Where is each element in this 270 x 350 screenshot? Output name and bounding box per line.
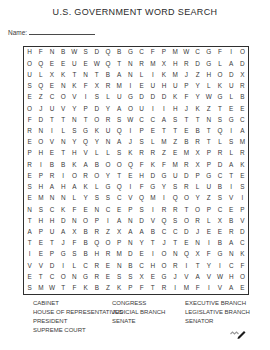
cell-r20c18[interactable]: I	[214, 260, 225, 271]
cell-r20c6[interactable]: C	[80, 260, 91, 271]
cell-r2c19[interactable]: A	[226, 58, 237, 69]
cell-r1c20[interactable]: O	[237, 47, 248, 58]
cell-r20c10[interactable]: B	[125, 260, 136, 271]
cell-r21c3[interactable]: C	[46, 272, 57, 283]
cell-r18c17[interactable]: I	[203, 238, 214, 249]
cell-r9c2[interactable]: O	[35, 137, 46, 148]
cell-r9c15[interactable]: B	[181, 137, 192, 148]
cell-r18c18[interactable]: B	[214, 238, 225, 249]
cell-r7c20[interactable]: C	[237, 114, 248, 125]
cell-r21c10[interactable]: S	[125, 272, 136, 283]
cell-r6c2[interactable]: J	[35, 103, 46, 114]
cell-r8c11[interactable]: P	[136, 126, 147, 137]
cell-r3c3[interactable]: X	[46, 69, 57, 80]
cell-r19c18[interactable]: G	[214, 249, 225, 260]
cell-r20c19[interactable]: C	[226, 260, 237, 271]
cell-r12c18[interactable]: C	[214, 171, 225, 182]
cell-r9c16[interactable]: R	[192, 137, 203, 148]
cell-r6c16[interactable]: K	[192, 103, 203, 114]
cell-r5c11[interactable]: D	[136, 92, 147, 103]
cell-r5c1[interactable]: E	[24, 92, 35, 103]
cell-r1c12[interactable]: F	[147, 47, 158, 58]
cell-r10c12[interactable]: R	[147, 148, 158, 159]
cell-r8c13[interactable]: T	[158, 126, 169, 137]
cell-r19c9[interactable]: M	[114, 249, 125, 260]
cell-r1c18[interactable]: F	[214, 47, 225, 58]
cell-r6c20[interactable]: E	[237, 103, 248, 114]
cell-r18c12[interactable]: T	[147, 238, 158, 249]
cell-r12c12[interactable]: D	[147, 171, 158, 182]
cell-r18c16[interactable]: N	[192, 238, 203, 249]
cell-r15c3[interactable]: C	[46, 204, 57, 215]
cell-r10c5[interactable]: H	[69, 148, 80, 159]
cell-r17c15[interactable]: D	[181, 227, 192, 238]
cell-r20c3[interactable]: D	[46, 260, 57, 271]
cell-r14c10[interactable]: V	[125, 193, 136, 204]
cell-r18c2[interactable]: E	[35, 238, 46, 249]
cell-r10c16[interactable]: X	[192, 148, 203, 159]
cell-r5c5[interactable]: V	[69, 92, 80, 103]
cell-r3c20[interactable]: X	[237, 69, 248, 80]
cell-r12c5[interactable]: O	[69, 171, 80, 182]
cell-r7c6[interactable]: T	[80, 114, 91, 125]
cell-r3c2[interactable]: L	[35, 69, 46, 80]
cell-r16c12[interactable]: V	[147, 215, 158, 226]
cell-r4c14[interactable]: U	[170, 81, 181, 92]
name-blank-line[interactable]	[29, 28, 95, 35]
cell-r15c2[interactable]: S	[35, 204, 46, 215]
cell-r14c4[interactable]: N	[58, 193, 69, 204]
cell-r10c19[interactable]: L	[226, 148, 237, 159]
cell-r5c3[interactable]: C	[46, 92, 57, 103]
cell-r6c10[interactable]: O	[125, 103, 136, 114]
cell-r5c9[interactable]: U	[114, 92, 125, 103]
cell-r8c7[interactable]: K	[91, 126, 102, 137]
cell-r4c19[interactable]: U	[226, 81, 237, 92]
cell-r8c15[interactable]: E	[181, 126, 192, 137]
cell-r7c10[interactable]: W	[125, 114, 136, 125]
cell-r7c1[interactable]: F	[24, 114, 35, 125]
cell-r11c14[interactable]: M	[170, 159, 181, 170]
cell-r6c19[interactable]: E	[226, 103, 237, 114]
cell-r9c17[interactable]: T	[203, 137, 214, 148]
cell-r10c14[interactable]: E	[170, 148, 181, 159]
cell-r12c11[interactable]: H	[136, 171, 147, 182]
cell-r9c5[interactable]: Y	[69, 137, 80, 148]
cell-r2c16[interactable]: D	[192, 58, 203, 69]
cell-r18c5[interactable]: F	[69, 238, 80, 249]
cell-r6c15[interactable]: J	[181, 103, 192, 114]
cell-r14c19[interactable]: V	[226, 193, 237, 204]
cell-r5c13[interactable]: D	[158, 92, 169, 103]
cell-r22c17[interactable]: I	[203, 283, 214, 294]
cell-r16c13[interactable]: Q	[158, 215, 169, 226]
cell-r14c14[interactable]: Q	[170, 193, 181, 204]
cell-r9c13[interactable]: M	[158, 137, 169, 148]
cell-r15c13[interactable]: R	[158, 204, 169, 215]
cell-r15c7[interactable]: N	[91, 204, 102, 215]
cell-r11c8[interactable]: O	[102, 159, 113, 170]
cell-r9c4[interactable]: N	[58, 137, 69, 148]
cell-r5c15[interactable]: F	[181, 92, 192, 103]
cell-r19c15[interactable]: Q	[181, 249, 192, 260]
cell-r5c18[interactable]: G	[214, 92, 225, 103]
cell-r13c7[interactable]: L	[91, 182, 102, 193]
cell-r17c19[interactable]: R	[226, 227, 237, 238]
cell-r20c1[interactable]: V	[24, 260, 35, 271]
cell-r17c18[interactable]: E	[214, 227, 225, 238]
cell-r17c9[interactable]: X	[114, 227, 125, 238]
cell-r18c7[interactable]: Q	[91, 238, 102, 249]
cell-r1c10[interactable]: G	[125, 47, 136, 58]
cell-r10c8[interactable]: L	[102, 148, 113, 159]
cell-r13c17[interactable]: U	[203, 182, 214, 193]
cell-r13c8[interactable]: G	[102, 182, 113, 193]
cell-r21c7[interactable]: R	[91, 272, 102, 283]
cell-r11c2[interactable]: I	[35, 159, 46, 170]
cell-r1c1[interactable]: H	[24, 47, 35, 58]
cell-r17c4[interactable]: A	[58, 227, 69, 238]
cell-r6c11[interactable]: U	[136, 103, 147, 114]
cell-r7c15[interactable]: T	[181, 114, 192, 125]
cell-r12c3[interactable]: R	[46, 171, 57, 182]
cell-r21c17[interactable]: V	[203, 272, 214, 283]
cell-r3c8[interactable]: B	[102, 69, 113, 80]
cell-r22c18[interactable]: V	[214, 283, 225, 294]
cell-r9c12[interactable]: L	[147, 137, 158, 148]
cell-r3c17[interactable]: H	[203, 69, 214, 80]
cell-r21c4[interactable]: O	[58, 272, 69, 283]
cell-r2c9[interactable]: T	[114, 58, 125, 69]
cell-r7c16[interactable]: T	[192, 114, 203, 125]
cell-r18c1[interactable]: T	[24, 238, 35, 249]
cell-r11c10[interactable]: Q	[125, 159, 136, 170]
cell-r14c16[interactable]: Y	[192, 193, 203, 204]
cell-r17c16[interactable]: J	[192, 227, 203, 238]
cell-r15c16[interactable]: O	[192, 204, 203, 215]
cell-r18c10[interactable]: N	[125, 238, 136, 249]
cell-r2c3[interactable]: E	[46, 58, 57, 69]
cell-r15c6[interactable]: E	[80, 204, 91, 215]
cell-r13c5[interactable]: A	[69, 182, 80, 193]
cell-r17c14[interactable]: C	[170, 227, 181, 238]
cell-r17c10[interactable]: A	[125, 227, 136, 238]
cell-r17c12[interactable]: B	[147, 227, 158, 238]
cell-r16c9[interactable]: A	[114, 215, 125, 226]
cell-r20c7[interactable]: R	[91, 260, 102, 271]
cell-r15c10[interactable]: P	[125, 204, 136, 215]
cell-r8c18[interactable]: Q	[214, 126, 225, 137]
cell-r16c14[interactable]: S	[170, 215, 181, 226]
cell-r12c10[interactable]: E	[125, 171, 136, 182]
cell-r7c2[interactable]: D	[35, 114, 46, 125]
cell-r2c1[interactable]: O	[24, 58, 35, 69]
cell-r4c10[interactable]: I	[125, 81, 136, 92]
cell-r21c15[interactable]: V	[181, 272, 192, 283]
cell-r22c12[interactable]: T	[147, 283, 158, 294]
cell-r8c2[interactable]: N	[35, 126, 46, 137]
cell-r20c8[interactable]: E	[102, 260, 113, 271]
cell-r20c15[interactable]: I	[181, 260, 192, 271]
cell-r1c8[interactable]: Q	[102, 47, 113, 58]
cell-r7c11[interactable]: C	[136, 114, 147, 125]
cell-r22c5[interactable]: F	[69, 283, 80, 294]
cell-r3c11[interactable]: L	[136, 69, 147, 80]
cell-r14c9[interactable]: C	[114, 193, 125, 204]
cell-r16c20[interactable]: V	[237, 215, 248, 226]
cell-r10c4[interactable]: T	[58, 148, 69, 159]
cell-r20c5[interactable]: L	[69, 260, 80, 271]
cell-r4c18[interactable]: K	[214, 81, 225, 92]
cell-r16c19[interactable]: B	[226, 215, 237, 226]
cell-r2c5[interactable]: U	[69, 58, 80, 69]
cell-r1c11[interactable]: C	[136, 47, 147, 58]
cell-r15c1[interactable]: N	[24, 204, 35, 215]
cell-r22c20[interactable]: E	[237, 283, 248, 294]
cell-r7c8[interactable]: R	[102, 114, 113, 125]
cell-r19c20[interactable]: K	[237, 249, 248, 260]
cell-r11c3[interactable]: B	[46, 159, 57, 170]
cell-r4c16[interactable]: Y	[192, 81, 203, 92]
cell-r3c9[interactable]: A	[114, 69, 125, 80]
cell-r1c4[interactable]: B	[58, 47, 69, 58]
cell-r12c9[interactable]: T	[114, 171, 125, 182]
cell-r10c7[interactable]: L	[91, 148, 102, 159]
cell-r16c6[interactable]: O	[80, 215, 91, 226]
cell-r1c17[interactable]: G	[203, 47, 214, 58]
cell-r18c19[interactable]: A	[226, 238, 237, 249]
cell-r6c3[interactable]: U	[46, 103, 57, 114]
cell-r13c2[interactable]: H	[35, 182, 46, 193]
cell-r21c20[interactable]: O	[237, 272, 248, 283]
cell-r14c1[interactable]: E	[24, 193, 35, 204]
cell-r8c17[interactable]: T	[203, 126, 214, 137]
cell-r12c6[interactable]: R	[80, 171, 91, 182]
cell-r21c5[interactable]: N	[69, 272, 80, 283]
cell-r14c7[interactable]: S	[91, 193, 102, 204]
cell-r6c4[interactable]: V	[58, 103, 69, 114]
cell-r8c20[interactable]: A	[237, 126, 248, 137]
cell-r16c16[interactable]: R	[192, 215, 203, 226]
cell-r8c8[interactable]: U	[102, 126, 113, 137]
cell-r20c9[interactable]: N	[114, 260, 125, 271]
cell-r16c10[interactable]: N	[125, 215, 136, 226]
cell-r14c17[interactable]: Z	[203, 193, 214, 204]
cell-r14c3[interactable]: N	[46, 193, 57, 204]
cell-r14c18[interactable]: S	[214, 193, 225, 204]
cell-r4c12[interactable]: U	[147, 81, 158, 92]
cell-r19c16[interactable]: X	[192, 249, 203, 260]
cell-r9c18[interactable]: L	[214, 137, 225, 148]
cell-r8c14[interactable]: T	[170, 126, 181, 137]
cell-r2c14[interactable]: H	[170, 58, 181, 69]
cell-r19c2[interactable]: E	[35, 249, 46, 260]
cell-r13c12[interactable]: G	[147, 182, 158, 193]
cell-r18c9[interactable]: P	[114, 238, 125, 249]
cell-r5c14[interactable]: K	[170, 92, 181, 103]
cell-r3c12[interactable]: I	[147, 69, 158, 80]
cell-r4c4[interactable]: N	[58, 81, 69, 92]
cell-r16c15[interactable]: O	[181, 215, 192, 226]
cell-r11c18[interactable]: D	[214, 159, 225, 170]
cell-r11c7[interactable]: B	[91, 159, 102, 170]
cell-r16c7[interactable]: P	[91, 215, 102, 226]
cell-r9c6[interactable]: Q	[80, 137, 91, 148]
cell-r12c14[interactable]: U	[170, 171, 181, 182]
cell-r15c17[interactable]: P	[203, 204, 214, 215]
cell-r3c15[interactable]: J	[181, 69, 192, 80]
cell-r2c11[interactable]: R	[136, 58, 147, 69]
cell-r3c6[interactable]: N	[80, 69, 91, 80]
cell-r9c19[interactable]: S	[226, 137, 237, 148]
cell-r20c4[interactable]: I	[58, 260, 69, 271]
cell-r16c11[interactable]: D	[136, 215, 147, 226]
cell-r15c14[interactable]: R	[170, 204, 181, 215]
cell-r15c12[interactable]: I	[147, 204, 158, 215]
cell-r2c15[interactable]: R	[181, 58, 192, 69]
cell-r15c5[interactable]: F	[69, 204, 80, 215]
cell-r12c8[interactable]: Y	[102, 171, 113, 182]
cell-r2c18[interactable]: L	[214, 58, 225, 69]
cell-r12c19[interactable]: T	[226, 171, 237, 182]
cell-r13c15[interactable]: R	[181, 182, 192, 193]
cell-r1c14[interactable]: M	[170, 47, 181, 58]
cell-r22c7[interactable]: B	[91, 283, 102, 294]
cell-r13c11[interactable]: F	[136, 182, 147, 193]
cell-r2c8[interactable]: Q	[102, 58, 113, 69]
cell-r5c20[interactable]: B	[237, 92, 248, 103]
cell-r10c1[interactable]: P	[24, 148, 35, 159]
cell-r1c6[interactable]: S	[80, 47, 91, 58]
cell-r6c5[interactable]: Y	[69, 103, 80, 114]
cell-r17c11[interactable]: A	[136, 227, 147, 238]
cell-r22c1[interactable]: S	[24, 283, 35, 294]
cell-r19c4[interactable]: G	[58, 249, 69, 260]
cell-r14c5[interactable]: L	[69, 193, 80, 204]
cell-r12c16[interactable]: P	[192, 171, 203, 182]
cell-r7c17[interactable]: N	[203, 114, 214, 125]
cell-r18c14[interactable]: T	[170, 238, 181, 249]
cell-r8c9[interactable]: Q	[114, 126, 125, 137]
cell-r22c3[interactable]: W	[46, 283, 57, 294]
cell-r16c1[interactable]: T	[24, 215, 35, 226]
cell-r18c11[interactable]: Y	[136, 238, 147, 249]
cell-r16c8[interactable]: I	[102, 215, 113, 226]
cell-r9c20[interactable]: M	[237, 137, 248, 148]
cell-r20c14[interactable]: R	[170, 260, 181, 271]
cell-r21c12[interactable]: E	[147, 272, 158, 283]
cell-r1c5[interactable]: W	[69, 47, 80, 58]
cell-r14c11[interactable]: Q	[136, 193, 147, 204]
cell-r3c14[interactable]: M	[170, 69, 181, 80]
cell-r20c12[interactable]: H	[147, 260, 158, 271]
cell-r9c3[interactable]: V	[46, 137, 57, 148]
cell-r13c18[interactable]: B	[214, 182, 225, 193]
cell-r6c18[interactable]: T	[214, 103, 225, 114]
cell-r19c17[interactable]: F	[203, 249, 214, 260]
cell-r20c16[interactable]: T	[192, 260, 203, 271]
cell-r12c15[interactable]: D	[181, 171, 192, 182]
cell-r18c15[interactable]: E	[181, 238, 192, 249]
cell-r4c3[interactable]: E	[46, 81, 57, 92]
cell-r9c10[interactable]: J	[125, 137, 136, 148]
cell-r11c16[interactable]: X	[192, 159, 203, 170]
cell-r21c16[interactable]: A	[192, 272, 203, 283]
cell-r19c5[interactable]: S	[69, 249, 80, 260]
cell-r17c2[interactable]: P	[35, 227, 46, 238]
cell-r11c20[interactable]: K	[237, 159, 248, 170]
cell-r21c14[interactable]: J	[170, 272, 181, 283]
cell-r4c7[interactable]: X	[91, 81, 102, 92]
cell-r7c4[interactable]: T	[58, 114, 69, 125]
cell-r13c14[interactable]: S	[170, 182, 181, 193]
cell-r13c1[interactable]: S	[24, 182, 35, 193]
cell-r12c2[interactable]: P	[35, 171, 46, 182]
cell-r9c7[interactable]: Y	[91, 137, 102, 148]
cell-r21c8[interactable]: E	[102, 272, 113, 283]
cell-r5c10[interactable]: G	[125, 92, 136, 103]
cell-r10c6[interactable]: V	[80, 148, 91, 159]
cell-r11c1[interactable]: R	[24, 159, 35, 170]
cell-r16c3[interactable]: H	[46, 215, 57, 226]
cell-r2c7[interactable]: W	[91, 58, 102, 69]
cell-r4c15[interactable]: P	[181, 81, 192, 92]
cell-r3c13[interactable]: K	[158, 69, 169, 80]
cell-r15c18[interactable]: C	[214, 204, 225, 215]
cell-r11c11[interactable]: F	[136, 159, 147, 170]
cell-r5c7[interactable]: S	[91, 92, 102, 103]
cell-r12c1[interactable]: E	[24, 171, 35, 182]
cell-r6c6[interactable]: P	[80, 103, 91, 114]
cell-r13c10[interactable]: I	[125, 182, 136, 193]
cell-r8c12[interactable]: E	[147, 126, 158, 137]
cell-r7c9[interactable]: S	[114, 114, 125, 125]
cell-r9c9[interactable]: A	[114, 137, 125, 148]
cell-r6c8[interactable]: Y	[102, 103, 113, 114]
cell-r19c10[interactable]: D	[125, 249, 136, 260]
cell-r7c14[interactable]: S	[170, 114, 181, 125]
cell-r3c5[interactable]: T	[69, 69, 80, 80]
cell-r19c14[interactable]: N	[170, 249, 181, 260]
cell-r1c2[interactable]: F	[35, 47, 46, 58]
cell-r15c11[interactable]: S	[136, 204, 147, 215]
cell-r1c9[interactable]: B	[114, 47, 125, 58]
cell-r19c13[interactable]: O	[158, 249, 169, 260]
cell-r2c6[interactable]: E	[80, 58, 91, 69]
cell-r5c16[interactable]: Y	[192, 92, 203, 103]
cell-r8c10[interactable]: I	[125, 126, 136, 137]
cell-r20c20[interactable]: F	[237, 260, 248, 271]
cell-r7c12[interactable]: C	[147, 114, 158, 125]
cell-r19c1[interactable]: I	[24, 249, 35, 260]
cell-r3c4[interactable]: K	[58, 69, 69, 80]
cell-r12c4[interactable]: I	[58, 171, 69, 182]
cell-r11c17[interactable]: P	[203, 159, 214, 170]
cell-r18c13[interactable]: J	[158, 238, 169, 249]
cell-r20c2[interactable]: V	[35, 260, 46, 271]
cell-r6c7[interactable]: D	[91, 103, 102, 114]
cell-r6c13[interactable]: I	[158, 103, 169, 114]
cell-r4c13[interactable]: H	[158, 81, 169, 92]
cell-r11c19[interactable]: A	[226, 159, 237, 170]
cell-r20c11[interactable]: C	[136, 260, 147, 271]
cell-r22c11[interactable]: F	[136, 283, 147, 294]
cell-r19c12[interactable]: I	[147, 249, 158, 260]
cell-r17c5[interactable]: X	[69, 227, 80, 238]
cell-r8c16[interactable]: B	[192, 126, 203, 137]
cell-r6c9[interactable]: A	[114, 103, 125, 114]
cell-r3c1[interactable]: U	[24, 69, 35, 80]
